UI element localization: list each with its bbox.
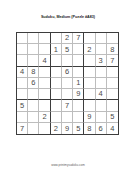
cell-r9c7[interactable]: 8 (84, 123, 95, 134)
cell-r4c4[interactable] (51, 67, 62, 78)
cell-r9c9[interactable]: 4 (107, 123, 118, 134)
cell-r6c6[interactable]: 9 (73, 89, 84, 100)
cell-r5c4[interactable] (51, 78, 62, 89)
cell-r3c5[interactable] (62, 55, 73, 66)
given-digit: 8 (31, 68, 35, 76)
cell-r8c8[interactable] (96, 112, 107, 123)
given-digit: 7 (65, 102, 69, 110)
given-digit: 5 (110, 113, 114, 121)
cell-r8c6[interactable] (73, 112, 84, 123)
cell-r6c9[interactable] (107, 89, 118, 100)
cell-r9c1[interactable]: 7 (17, 123, 28, 134)
cell-r4c7[interactable] (84, 67, 95, 78)
given-digit: 2 (42, 113, 46, 121)
cell-r1c1[interactable] (17, 33, 28, 44)
cell-r8c7[interactable]: 9 (84, 112, 95, 123)
cell-r3c7[interactable] (84, 55, 95, 66)
cell-r2c2[interactable] (28, 44, 39, 55)
given-digit: 8 (87, 125, 91, 133)
cell-r9c2[interactable] (28, 123, 39, 134)
cell-r8c9[interactable]: 5 (107, 112, 118, 123)
given-digit: 1 (54, 46, 58, 54)
cell-r3c3[interactable]: 4 (39, 55, 50, 66)
given-digit: 2 (54, 125, 58, 133)
given-digit: 7 (110, 57, 114, 65)
cell-r5c9[interactable] (107, 78, 118, 89)
cell-r4c2[interactable]: 8 (28, 67, 39, 78)
cell-r9c5[interactable]: 9 (62, 123, 73, 134)
page-title: Sudoku, Medium (Puzzle #A83) (37, 15, 100, 19)
cell-r6c3[interactable] (39, 89, 50, 100)
cell-r5c6[interactable]: 1 (73, 78, 84, 89)
cell-r1c9[interactable] (107, 33, 118, 44)
given-digit: 5 (65, 46, 69, 54)
cell-r5c1[interactable] (17, 78, 28, 89)
cell-r5c8[interactable] (96, 78, 107, 89)
cell-r3c8[interactable]: 3 (96, 55, 107, 66)
cell-r5c3[interactable] (39, 78, 50, 89)
given-digit: 1 (76, 79, 80, 87)
given-digit: 9 (87, 113, 91, 121)
cell-r9c8[interactable]: 6 (96, 123, 107, 134)
cell-r7c9[interactable] (107, 100, 118, 111)
given-digit: 8 (110, 46, 114, 54)
given-digit: 6 (65, 68, 69, 76)
cell-r8c1[interactable] (17, 112, 28, 123)
given-digit: 4 (20, 68, 24, 76)
cell-r1c7[interactable] (84, 33, 95, 44)
cell-r2c6[interactable] (73, 44, 84, 55)
cell-r6c8[interactable]: 4 (96, 89, 107, 100)
cell-r1c4[interactable] (51, 33, 62, 44)
cell-r5c2[interactable]: 6 (28, 78, 39, 89)
given-digit: 6 (31, 79, 35, 87)
cell-r8c4[interactable] (51, 112, 62, 123)
cell-r6c5[interactable] (62, 89, 73, 100)
sudoku-board: 2715284374866194572957295864 (16, 32, 119, 135)
given-digit: 3 (99, 57, 103, 65)
cell-r9c4[interactable]: 2 (51, 123, 62, 134)
cell-r7c2[interactable] (28, 100, 39, 111)
given-digit: 9 (65, 125, 69, 133)
cell-r2c8[interactable] (96, 44, 107, 55)
given-digit: 9 (76, 90, 80, 98)
given-digit: 4 (99, 90, 103, 98)
cell-r3c6[interactable] (73, 55, 84, 66)
cell-r1c8[interactable] (96, 33, 107, 44)
cell-r7c6[interactable] (73, 100, 84, 111)
cell-r2c5[interactable]: 5 (62, 44, 73, 55)
cell-r1c6[interactable]: 7 (73, 33, 84, 44)
cell-r3c4[interactable] (51, 55, 62, 66)
cell-r2c4[interactable]: 1 (51, 44, 62, 55)
cell-r6c2[interactable] (28, 89, 39, 100)
given-digit: 4 (42, 57, 46, 65)
footer-url: www.printmysudoku.com (42, 163, 94, 166)
cell-r7c1[interactable]: 5 (17, 100, 28, 111)
given-digit: 2 (87, 46, 91, 54)
given-digit: 2 (65, 34, 69, 42)
cell-r8c5[interactable] (62, 112, 73, 123)
cell-r2c9[interactable]: 8 (107, 44, 118, 55)
cell-r3c9[interactable]: 7 (107, 55, 118, 66)
given-digit: 4 (110, 125, 114, 133)
given-digit: 5 (76, 125, 80, 133)
cell-r1c3[interactable] (39, 33, 50, 44)
given-digit: 7 (76, 34, 80, 42)
cell-r8c2[interactable] (28, 112, 39, 123)
cell-r4c5[interactable]: 6 (62, 67, 73, 78)
given-digit: 5 (20, 102, 24, 110)
cell-r4c6[interactable] (73, 67, 84, 78)
cell-r4c3[interactable] (39, 67, 50, 78)
cell-r9c3[interactable] (39, 123, 50, 134)
cell-r7c5[interactable]: 7 (62, 100, 73, 111)
cell-r6c7[interactable] (84, 89, 95, 100)
sudoku-page: Sudoku, Medium (Puzzle #A83) 27152843748… (0, 0, 136, 176)
cell-r7c3[interactable] (39, 100, 50, 111)
cell-r5c7[interactable] (84, 78, 95, 89)
cell-r8c3[interactable]: 2 (39, 112, 50, 123)
cell-r9c6[interactable]: 5 (73, 123, 84, 134)
cell-r7c7[interactable] (84, 100, 95, 111)
cell-r7c8[interactable] (96, 100, 107, 111)
cell-r3c1[interactable] (17, 55, 28, 66)
cell-r6c1[interactable] (17, 89, 28, 100)
cell-r2c1[interactable] (17, 44, 28, 55)
cell-r2c7[interactable]: 2 (84, 44, 95, 55)
cell-r1c2[interactable] (28, 33, 39, 44)
cell-r4c8[interactable] (96, 67, 107, 78)
given-digit: 6 (99, 125, 103, 133)
cell-r7c4[interactable] (51, 100, 62, 111)
cell-r6c4[interactable] (51, 89, 62, 100)
cell-r5c5[interactable] (62, 78, 73, 89)
cell-r4c9[interactable] (107, 67, 118, 78)
cell-r2c3[interactable] (39, 44, 50, 55)
given-digit: 7 (20, 125, 24, 133)
cell-r1c5[interactable]: 2 (62, 33, 73, 44)
cell-r4c1[interactable]: 4 (17, 67, 28, 78)
cell-r3c2[interactable] (28, 55, 39, 66)
